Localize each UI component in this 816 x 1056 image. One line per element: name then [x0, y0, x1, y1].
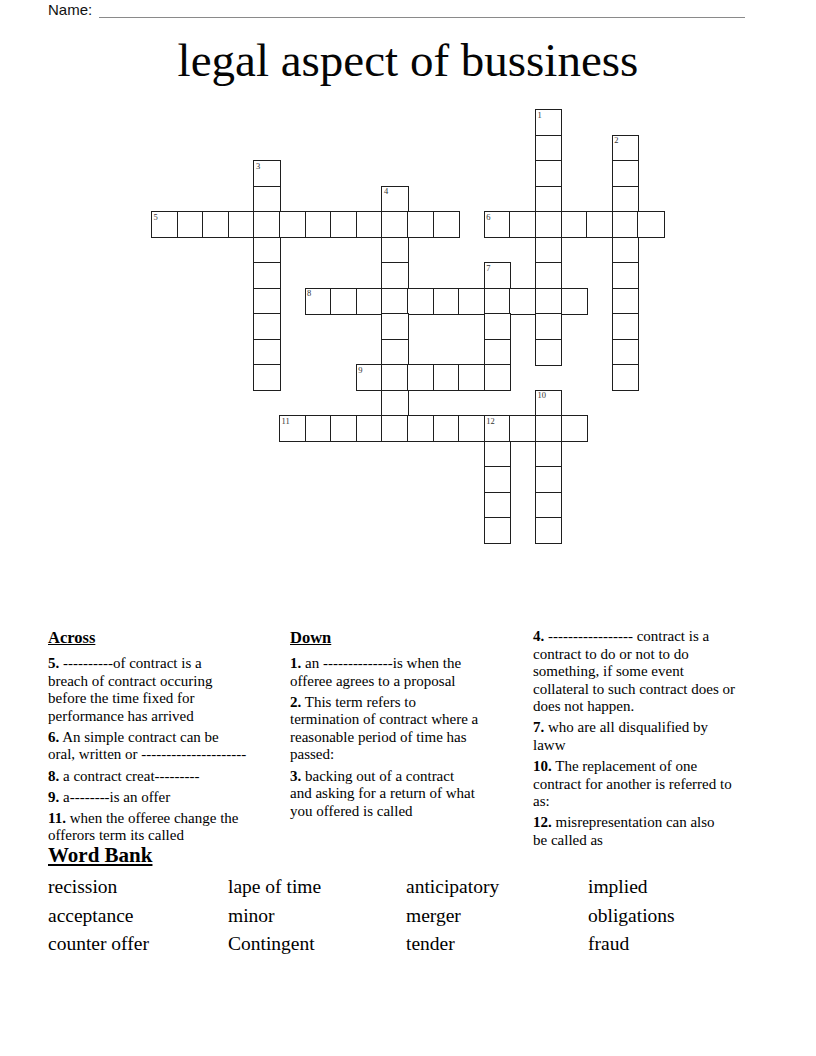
grid-cell[interactable] [535, 262, 562, 289]
grid-cell[interactable] [202, 211, 229, 238]
grid-cell[interactable] [612, 237, 639, 264]
grid-cell[interactable] [228, 211, 255, 238]
grid-cell[interactable] [535, 313, 562, 340]
clue-number: 9. [48, 789, 59, 805]
cell-number: 5 [154, 212, 158, 222]
clue-number: 6. [48, 729, 59, 745]
grid-cell[interactable] [381, 262, 408, 289]
grid-cell[interactable] [509, 288, 536, 315]
clue: 11. when the offeree change the offerors… [48, 810, 300, 845]
clue-text: The replacement of one contract for anot… [533, 758, 732, 809]
clue-number: 3. [290, 768, 301, 784]
grid-cell[interactable] [612, 313, 639, 340]
grid-cell[interactable] [381, 390, 408, 417]
clue: 8. a contract creat--------- [48, 768, 300, 786]
grid-cell[interactable] [535, 186, 562, 213]
clue: 7. who are all disqualified by laww [533, 719, 789, 754]
grid-cell[interactable] [561, 288, 588, 315]
word-bank-column: impliedobligationsfraud [588, 873, 675, 959]
grid-cell[interactable] [356, 288, 383, 315]
grid-cell[interactable] [509, 211, 536, 238]
grid-cell[interactable] [305, 211, 332, 238]
clue-text: a--------is an offer [59, 789, 170, 805]
clue: 2. This term refers to termination of co… [290, 694, 542, 764]
grid-cell[interactable] [535, 339, 562, 366]
grid-cell[interactable] [253, 313, 280, 340]
grid-cell[interactable] [253, 186, 280, 213]
clue: 12. misrepresentation can also be called… [533, 814, 789, 849]
clue-column-across: Across5. ----------of contract is a brea… [48, 628, 300, 848]
clue-number: 12. [533, 814, 552, 830]
clue-number: 7. [533, 719, 544, 735]
grid-cell[interactable]: 12 [484, 415, 511, 442]
word-bank-word: counter offer [48, 930, 149, 959]
grid-cell[interactable] [177, 211, 204, 238]
grid-cell[interactable] [381, 313, 408, 340]
grid-cell[interactable]: 7 [484, 262, 511, 289]
grid-cell[interactable] [484, 441, 511, 468]
clue-text: misrepresentation can also be called as [533, 814, 715, 848]
word-bank-word: merger [406, 902, 499, 931]
clue: 1. an --------------is when the offeree … [290, 655, 542, 690]
grid-cell[interactable] [253, 262, 280, 289]
cell-number: 10 [538, 390, 547, 400]
clue: 6. An simple contract can be oral, writt… [48, 729, 300, 764]
grid-cell[interactable] [535, 135, 562, 162]
clue-number: 4. [533, 628, 544, 644]
word-bank-column: lape of timeminorContingent [228, 873, 321, 959]
grid-cell[interactable] [253, 288, 280, 315]
grid-cell[interactable]: 9 [356, 364, 383, 391]
clue: 3. backing out of a contract and asking … [290, 768, 542, 821]
grid-cell[interactable]: 5 [151, 211, 178, 238]
grid-cell[interactable]: 6 [484, 211, 511, 238]
word-bank-word: minor [228, 902, 321, 931]
grid-cell[interactable]: 4 [381, 186, 408, 213]
grid-cell[interactable] [535, 517, 562, 544]
name-label: Name: [48, 1, 92, 18]
grid-cell[interactable] [407, 415, 434, 442]
clue: 5. ----------of contract is a breach of … [48, 655, 300, 725]
word-bank-word: Contingent [228, 930, 321, 959]
cell-number: 12 [486, 416, 495, 426]
grid-cell[interactable] [253, 364, 280, 391]
grid-cell[interactable] [279, 211, 306, 238]
grid-cell[interactable] [612, 211, 639, 238]
grid-cell[interactable] [407, 288, 434, 315]
grid-cell[interactable] [433, 288, 460, 315]
grid-cell[interactable] [433, 415, 460, 442]
grid-cell[interactable]: 8 [305, 288, 332, 315]
word-bank-word: obligations [588, 902, 675, 931]
grid-cell[interactable] [484, 288, 511, 315]
cell-number: 11 [282, 416, 290, 426]
grid-cell[interactable] [561, 415, 588, 442]
grid-cell[interactable] [381, 364, 408, 391]
name-write-line [99, 0, 745, 18]
grid-cell[interactable] [484, 313, 511, 340]
grid-cell[interactable] [458, 364, 485, 391]
word-bank-word: lape of time [228, 873, 321, 902]
grid-cell[interactable]: 10 [535, 390, 562, 417]
clue-text: This term refers to termination of contr… [290, 694, 478, 763]
clue-text: when the offeree change the offerors ter… [48, 810, 239, 844]
grid-cell[interactable] [381, 415, 408, 442]
grid-cell[interactable]: 1 [535, 109, 562, 136]
cell-number: 6 [486, 212, 490, 222]
grid-cell[interactable] [253, 339, 280, 366]
clue-text: a contract creat--------- [59, 768, 199, 784]
grid-cell[interactable] [586, 211, 613, 238]
grid-cell[interactable] [305, 415, 332, 442]
grid-cell[interactable] [612, 262, 639, 289]
clue: 9. a--------is an offer [48, 789, 300, 807]
grid-cell[interactable] [330, 415, 357, 442]
clue-number: 1. [290, 655, 301, 671]
grid-cell[interactable] [535, 160, 562, 187]
clue-text: An simple contract can be oral, written … [48, 729, 246, 763]
word-bank-word: implied [588, 873, 675, 902]
clue-column-down: Down1. an --------------is when the offe… [290, 628, 542, 824]
clue: 4. ----------------- contract is a contr… [533, 628, 789, 716]
grid-cell[interactable] [612, 186, 639, 213]
grid-cell[interactable] [535, 415, 562, 442]
grid-cell[interactable] [407, 211, 434, 238]
clue-list-heading: Across [48, 628, 300, 648]
grid-cell[interactable] [407, 364, 434, 391]
clue-text: who are all disqualified by laww [533, 719, 708, 753]
grid-cell[interactable] [356, 211, 383, 238]
grid-cell[interactable] [433, 211, 460, 238]
grid-cell[interactable] [509, 415, 536, 442]
grid-cell[interactable] [535, 466, 562, 493]
grid-cell[interactable] [381, 339, 408, 366]
cell-number: 1 [538, 110, 542, 120]
word-bank-word: anticipatory [406, 873, 499, 902]
word-bank-heading: Word Bank [48, 843, 152, 868]
cell-number: 2 [614, 135, 618, 145]
cell-number: 8 [307, 288, 311, 298]
clue-text: ----------of contract is a breach of con… [48, 655, 213, 724]
grid-cell[interactable] [535, 237, 562, 264]
grid-cell[interactable] [612, 339, 639, 366]
grid-cell[interactable] [330, 211, 357, 238]
grid-cell[interactable] [484, 364, 511, 391]
grid-cell[interactable] [612, 160, 639, 187]
grid-cell[interactable] [484, 492, 511, 519]
word-bank-word: recission [48, 873, 149, 902]
clue-column-down-continued: 4. ----------------- contract is a contr… [533, 628, 789, 853]
grid-cell[interactable] [381, 237, 408, 264]
grid-cell[interactable] [612, 364, 639, 391]
grid-cell[interactable] [535, 492, 562, 519]
clue: 10. The replacement of one contract for … [533, 758, 789, 811]
grid-cell[interactable] [330, 288, 357, 315]
clue-number: 10. [533, 758, 552, 774]
clue-list-heading: Down [290, 628, 542, 648]
grid-cell[interactable] [381, 288, 408, 315]
grid-cell[interactable] [458, 415, 485, 442]
clue-text: ----------------- contract is a contract… [533, 628, 735, 714]
grid-cell[interactable] [561, 211, 588, 238]
clue-text: backing out of a contract and asking for… [290, 768, 475, 819]
word-bank-column: anticipatorymergertender [406, 873, 499, 959]
grid-cell[interactable] [612, 288, 639, 315]
page-title: legal aspect of bussiness [0, 33, 816, 87]
word-bank-word: acceptance [48, 902, 149, 931]
grid-cell[interactable] [484, 517, 511, 544]
clue-text: an --------------is when the offeree agr… [290, 655, 461, 689]
cell-number: 7 [486, 263, 490, 273]
word-bank-word: tender [406, 930, 499, 959]
clue-number: 11. [48, 810, 66, 826]
grid-cell[interactable] [535, 288, 562, 315]
grid-cell[interactable] [381, 211, 408, 238]
grid-cell[interactable] [535, 211, 562, 238]
grid-cell[interactable] [356, 415, 383, 442]
grid-cell[interactable] [535, 441, 562, 468]
clue-number: 5. [48, 655, 59, 671]
clue-number: 8. [48, 768, 59, 784]
grid-cell[interactable]: 11 [279, 415, 306, 442]
word-bank-word: fraud [588, 930, 675, 959]
grid-cell[interactable] [433, 364, 460, 391]
grid-cell[interactable] [484, 339, 511, 366]
cell-number: 4 [384, 186, 388, 196]
grid-cell[interactable]: 2 [612, 135, 639, 162]
word-bank-column: recissionacceptancecounter offer [48, 873, 149, 959]
grid-cell[interactable] [253, 237, 280, 264]
grid-cell[interactable] [637, 211, 664, 238]
cell-number: 3 [256, 161, 260, 171]
grid-cell[interactable] [253, 211, 280, 238]
clue-number: 2. [290, 694, 301, 710]
grid-cell[interactable]: 3 [253, 160, 280, 187]
cell-number: 9 [358, 365, 362, 375]
grid-cell[interactable] [484, 466, 511, 493]
grid-cell[interactable] [458, 288, 485, 315]
